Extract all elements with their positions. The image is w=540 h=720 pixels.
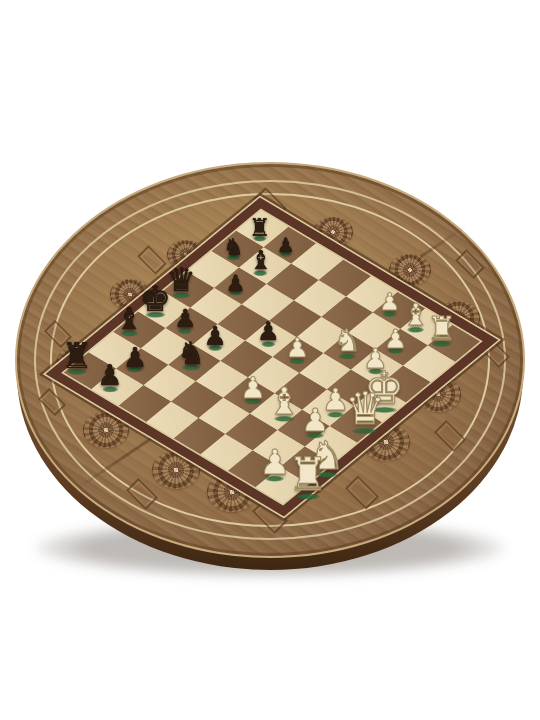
piece-white-pawn-e4: ♟: [285, 335, 309, 362]
piece-white-knight-f3: ♞: [334, 326, 361, 357]
piece-white-bishop-c3: ♝: [267, 383, 300, 420]
piece-black-pawn-d7: ♟: [174, 307, 196, 332]
piece-black-knight-g8: ♞: [223, 236, 244, 259]
piece-white-rook-h1: ♜: [427, 312, 457, 345]
piece-white-pawn-c4: ♟: [240, 373, 266, 402]
piece-white-rook-a1: ♜: [287, 452, 328, 497]
piece-black-rook-h8: ♜: [249, 216, 271, 240]
piece-black-bishop-g7: ♝: [249, 248, 272, 274]
piece-white-pawn-a2: ♟: [259, 445, 290, 479]
piece-black-pawn-a7: ♟: [97, 362, 123, 391]
product-photo-stage: ♜♝♚♛♞♜♟♟♟♟♝♟♞♟♟♟♟♝♞♟♟♟♟♟♟♝♜♞♛♚♜: [0, 0, 540, 720]
piece-black-pawn-h7: ♟: [277, 235, 295, 255]
piece-black-pawn-b7: ♟: [123, 344, 148, 371]
piece-black-pawn-e5: ♟: [257, 320, 280, 346]
piece-black-pawn-f7: ♟: [225, 271, 245, 293]
piece-black-king-d8: ♚: [139, 281, 171, 316]
piece-black-bishop-c8: ♝: [115, 304, 142, 335]
piece-black-knight-c6: ♞: [177, 337, 205, 368]
piece-white-pawn-h3: ♟: [379, 291, 400, 315]
piece-black-rook-a8: ♜: [61, 337, 93, 372]
piece-white-queen-d1: ♛: [345, 387, 385, 432]
piece-black-pawn-d6: ♟: [204, 323, 227, 349]
